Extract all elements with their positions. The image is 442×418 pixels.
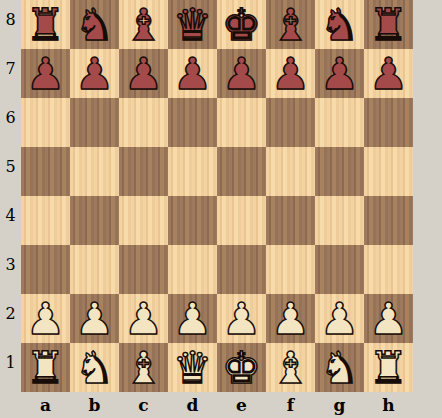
square-f1[interactable]: ♝: [266, 343, 315, 392]
square-h2[interactable]: ♟: [364, 294, 413, 343]
square-a3[interactable]: [21, 245, 70, 294]
black-king[interactable]: ♚: [222, 0, 261, 49]
square-d8[interactable]: ♛: [168, 0, 217, 49]
white-knight[interactable]: ♞: [75, 343, 114, 392]
square-f5[interactable]: [266, 147, 315, 196]
white-bishop[interactable]: ♝: [271, 343, 310, 392]
square-f4[interactable]: [266, 196, 315, 245]
square-g5[interactable]: [315, 147, 364, 196]
square-d5[interactable]: [168, 147, 217, 196]
square-b3[interactable]: [70, 245, 119, 294]
square-a1[interactable]: ♜: [21, 343, 70, 392]
square-g7[interactable]: ♟: [315, 49, 364, 98]
square-b6[interactable]: [70, 98, 119, 147]
file-label-d: d: [168, 392, 217, 418]
black-knight[interactable]: ♞: [75, 0, 114, 49]
black-pawn[interactable]: ♟: [369, 49, 408, 98]
square-e6[interactable]: [217, 98, 266, 147]
file-label-h: h: [364, 392, 413, 418]
square-g4[interactable]: [315, 196, 364, 245]
square-c2[interactable]: ♟: [119, 294, 168, 343]
square-a2[interactable]: ♟: [21, 294, 70, 343]
square-h5[interactable]: [364, 147, 413, 196]
square-d4[interactable]: [168, 196, 217, 245]
square-h7[interactable]: ♟: [364, 49, 413, 98]
white-rook[interactable]: ♜: [369, 343, 408, 392]
square-a8[interactable]: ♜: [21, 0, 70, 49]
white-pawn[interactable]: ♟: [173, 294, 212, 343]
rank-label-8: 8: [0, 0, 21, 44]
rank-label-3: 3: [0, 240, 21, 289]
white-pawn[interactable]: ♟: [75, 294, 114, 343]
file-label-a: a: [21, 392, 70, 418]
square-f3[interactable]: [266, 245, 315, 294]
rank-label-2: 2: [0, 289, 21, 338]
square-h4[interactable]: [364, 196, 413, 245]
square-h6[interactable]: [364, 98, 413, 147]
square-e8[interactable]: ♚: [217, 0, 266, 49]
black-bishop[interactable]: ♝: [124, 0, 163, 49]
file-label-g: g: [315, 392, 364, 418]
white-rook[interactable]: ♜: [26, 343, 65, 392]
square-d1[interactable]: ♛: [168, 343, 217, 392]
black-pawn[interactable]: ♟: [271, 49, 310, 98]
square-e2[interactable]: ♟: [217, 294, 266, 343]
square-f7[interactable]: ♟: [266, 49, 315, 98]
rank-label-6: 6: [0, 93, 21, 142]
white-pawn[interactable]: ♟: [320, 294, 359, 343]
square-b2[interactable]: ♟: [70, 294, 119, 343]
square-c3[interactable]: [119, 245, 168, 294]
white-knight[interactable]: ♞: [320, 343, 359, 392]
black-pawn[interactable]: ♟: [124, 49, 163, 98]
file-label-b: b: [70, 392, 119, 418]
square-f2[interactable]: ♟: [266, 294, 315, 343]
square-a7[interactable]: ♟: [21, 49, 70, 98]
square-h1[interactable]: ♜: [364, 343, 413, 392]
white-bishop[interactable]: ♝: [124, 343, 163, 392]
square-c5[interactable]: [119, 147, 168, 196]
square-a4[interactable]: [21, 196, 70, 245]
square-c1[interactable]: ♝: [119, 343, 168, 392]
square-e3[interactable]: [217, 245, 266, 294]
black-pawn[interactable]: ♟: [173, 49, 212, 98]
square-e1[interactable]: ♚: [217, 343, 266, 392]
square-d6[interactable]: [168, 98, 217, 147]
file-label-c: c: [119, 392, 168, 418]
square-g8[interactable]: ♞: [315, 0, 364, 49]
white-king[interactable]: ♚: [222, 343, 261, 392]
white-pawn[interactable]: ♟: [26, 294, 65, 343]
chess-board[interactable]: ♜♞♝♛♚♝♞♜♟♟♟♟♟♟♟♟♟♟♟♟♟♟♟♟♜♞♝♛♚♝♞♜: [21, 0, 413, 392]
square-c4[interactable]: [119, 196, 168, 245]
black-pawn[interactable]: ♟: [26, 49, 65, 98]
square-f6[interactable]: [266, 98, 315, 147]
square-b1[interactable]: ♞: [70, 343, 119, 392]
black-bishop[interactable]: ♝: [271, 0, 310, 49]
rank-label-7: 7: [0, 44, 21, 93]
black-pawn[interactable]: ♟: [222, 49, 261, 98]
square-c7[interactable]: ♟: [119, 49, 168, 98]
square-d7[interactable]: ♟: [168, 49, 217, 98]
square-g1[interactable]: ♞: [315, 343, 364, 392]
square-b4[interactable]: [70, 196, 119, 245]
square-c8[interactable]: ♝: [119, 0, 168, 49]
white-pawn[interactable]: ♟: [222, 294, 261, 343]
square-g2[interactable]: ♟: [315, 294, 364, 343]
square-g6[interactable]: [315, 98, 364, 147]
white-pawn[interactable]: ♟: [124, 294, 163, 343]
rank-label-4: 4: [0, 191, 21, 240]
square-e5[interactable]: [217, 147, 266, 196]
black-rook[interactable]: ♜: [369, 0, 408, 49]
square-h8[interactable]: ♜: [364, 0, 413, 49]
file-labels: abcdefgh: [21, 392, 413, 418]
black-pawn[interactable]: ♟: [320, 49, 359, 98]
square-d2[interactable]: ♟: [168, 294, 217, 343]
chess-board-window: 87654321 ♜♞♝♛♚♝♞♜♟♟♟♟♟♟♟♟♟♟♟♟♟♟♟♟♜♞♝♛♚♝♞…: [0, 0, 442, 418]
file-label-f: f: [266, 392, 315, 418]
square-f8[interactable]: ♝: [266, 0, 315, 49]
square-c6[interactable]: [119, 98, 168, 147]
square-e4[interactable]: [217, 196, 266, 245]
square-d3[interactable]: [168, 245, 217, 294]
white-pawn[interactable]: ♟: [369, 294, 408, 343]
white-pawn[interactable]: ♟: [271, 294, 310, 343]
black-rook[interactable]: ♜: [26, 0, 65, 49]
square-g3[interactable]: [315, 245, 364, 294]
black-pawn[interactable]: ♟: [75, 49, 114, 98]
square-b7[interactable]: ♟: [70, 49, 119, 98]
black-knight[interactable]: ♞: [320, 0, 359, 49]
square-b5[interactable]: [70, 147, 119, 196]
rank-labels: 87654321: [0, 0, 21, 392]
rank-label-1: 1: [0, 338, 21, 387]
white-queen[interactable]: ♛: [173, 343, 212, 392]
square-b8[interactable]: ♞: [70, 0, 119, 49]
square-a5[interactable]: [21, 147, 70, 196]
square-e7[interactable]: ♟: [217, 49, 266, 98]
rank-label-5: 5: [0, 142, 21, 191]
black-queen[interactable]: ♛: [173, 0, 212, 49]
square-h3[interactable]: [364, 245, 413, 294]
square-a6[interactable]: [21, 98, 70, 147]
file-label-e: e: [217, 392, 266, 418]
